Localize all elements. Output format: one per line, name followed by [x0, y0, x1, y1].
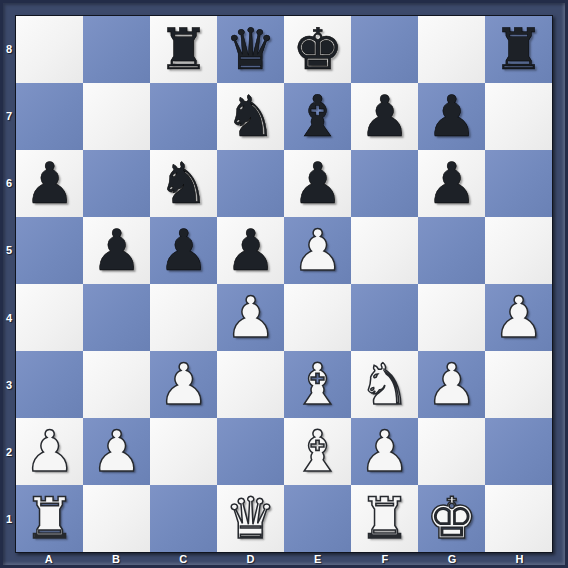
- square-d6[interactable]: [217, 150, 284, 217]
- square-c8[interactable]: ♜: [150, 16, 217, 83]
- file-label-h: H: [486, 553, 553, 565]
- piece-black-king-e8[interactable]: ♚: [284, 16, 351, 83]
- square-g5[interactable]: [418, 217, 485, 284]
- piece-white-rook-f1[interactable]: ♜: [351, 485, 418, 552]
- piece-black-pawn-d5[interactable]: ♟: [217, 217, 284, 284]
- square-b8[interactable]: [83, 16, 150, 83]
- square-h2[interactable]: [485, 418, 552, 485]
- piece-white-pawn-h4[interactable]: ♟: [485, 284, 552, 351]
- piece-black-bishop-e7[interactable]: ♝: [284, 83, 351, 150]
- square-e3[interactable]: ♝: [284, 351, 351, 418]
- square-b1[interactable]: [83, 485, 150, 552]
- file-label-a: A: [15, 553, 82, 565]
- square-h8[interactable]: ♜: [485, 16, 552, 83]
- piece-white-rook-a1[interactable]: ♜: [16, 485, 83, 552]
- square-f1[interactable]: ♜: [351, 485, 418, 552]
- file-label-e: E: [284, 553, 351, 565]
- file-label-b: B: [82, 553, 149, 565]
- piece-white-pawn-b2[interactable]: ♟: [83, 418, 150, 485]
- square-f5[interactable]: [351, 217, 418, 284]
- square-d4[interactable]: ♟: [217, 284, 284, 351]
- piece-white-king-g1[interactable]: ♚: [418, 485, 485, 552]
- square-d7[interactable]: ♞: [217, 83, 284, 150]
- file-label-f: F: [351, 553, 418, 565]
- rank-label-3: 3: [3, 351, 15, 418]
- piece-white-queen-d1[interactable]: ♛: [217, 485, 284, 552]
- square-e8[interactable]: ♚: [284, 16, 351, 83]
- square-f6[interactable]: [351, 150, 418, 217]
- piece-black-queen-d8[interactable]: ♛: [217, 16, 284, 83]
- piece-white-pawn-f2[interactable]: ♟: [351, 418, 418, 485]
- file-label-g: G: [419, 553, 486, 565]
- piece-white-pawn-d4[interactable]: ♟: [217, 284, 284, 351]
- piece-black-knight-d7[interactable]: ♞: [217, 83, 284, 150]
- square-b2[interactable]: ♟: [83, 418, 150, 485]
- square-g7[interactable]: ♟: [418, 83, 485, 150]
- rank-labels: 87654321: [3, 15, 15, 553]
- square-e2[interactable]: ♝: [284, 418, 351, 485]
- rank-label-2: 2: [3, 419, 15, 486]
- square-c2[interactable]: [150, 418, 217, 485]
- square-a3[interactable]: [16, 351, 83, 418]
- square-a4[interactable]: [16, 284, 83, 351]
- square-f2[interactable]: ♟: [351, 418, 418, 485]
- piece-white-pawn-g3[interactable]: ♟: [418, 351, 485, 418]
- piece-black-pawn-c5[interactable]: ♟: [150, 217, 217, 284]
- piece-black-pawn-f7[interactable]: ♟: [351, 83, 418, 150]
- piece-white-bishop-e2[interactable]: ♝: [284, 418, 351, 485]
- square-h1[interactable]: [485, 485, 552, 552]
- square-c1[interactable]: [150, 485, 217, 552]
- square-h4[interactable]: ♟: [485, 284, 552, 351]
- square-b6[interactable]: [83, 150, 150, 217]
- piece-white-bishop-e3[interactable]: ♝: [284, 351, 351, 418]
- file-label-c: C: [150, 553, 217, 565]
- square-a2[interactable]: ♟: [16, 418, 83, 485]
- piece-black-pawn-g7[interactable]: ♟: [418, 83, 485, 150]
- square-g1[interactable]: ♚: [418, 485, 485, 552]
- square-d8[interactable]: ♛: [217, 16, 284, 83]
- piece-black-knight-c6[interactable]: ♞: [150, 150, 217, 217]
- square-f4[interactable]: [351, 284, 418, 351]
- piece-black-pawn-e6[interactable]: ♟: [284, 150, 351, 217]
- square-g6[interactable]: ♟: [418, 150, 485, 217]
- square-d3[interactable]: [217, 351, 284, 418]
- square-a7[interactable]: [16, 83, 83, 150]
- square-c6[interactable]: ♞: [150, 150, 217, 217]
- square-e4[interactable]: [284, 284, 351, 351]
- piece-white-pawn-e5[interactable]: ♟: [284, 217, 351, 284]
- square-h3[interactable]: [485, 351, 552, 418]
- square-a5[interactable]: [16, 217, 83, 284]
- square-h5[interactable]: [485, 217, 552, 284]
- square-b5[interactable]: ♟: [83, 217, 150, 284]
- square-a1[interactable]: ♜: [16, 485, 83, 552]
- square-b4[interactable]: [83, 284, 150, 351]
- rank-label-7: 7: [3, 82, 15, 149]
- square-g2[interactable]: [418, 418, 485, 485]
- square-d5[interactable]: ♟: [217, 217, 284, 284]
- rank-label-5: 5: [3, 217, 15, 284]
- rank-label-4: 4: [3, 284, 15, 351]
- square-e5[interactable]: ♟: [284, 217, 351, 284]
- file-labels: ABCDEFGH: [15, 553, 553, 565]
- square-f3[interactable]: ♞: [351, 351, 418, 418]
- square-c3[interactable]: ♟: [150, 351, 217, 418]
- piece-black-pawn-a6[interactable]: ♟: [16, 150, 83, 217]
- piece-white-knight-f3[interactable]: ♞: [351, 351, 418, 418]
- piece-black-rook-h8[interactable]: ♜: [485, 16, 552, 83]
- square-a8[interactable]: [16, 16, 83, 83]
- square-c5[interactable]: ♟: [150, 217, 217, 284]
- square-g3[interactable]: ♟: [418, 351, 485, 418]
- piece-black-pawn-b5[interactable]: ♟: [83, 217, 150, 284]
- piece-black-pawn-g6[interactable]: ♟: [418, 150, 485, 217]
- square-g4[interactable]: [418, 284, 485, 351]
- chess-board: ♜♛♚♜♞♝♟♟♟♞♟♟♟♟♟♟♟♟♟♝♞♟♟♟♝♟♜♛♜♚: [15, 15, 553, 553]
- piece-white-pawn-c3[interactable]: ♟: [150, 351, 217, 418]
- rank-label-6: 6: [3, 150, 15, 217]
- file-label-d: D: [217, 553, 284, 565]
- square-h6[interactable]: [485, 150, 552, 217]
- square-e7[interactable]: ♝: [284, 83, 351, 150]
- square-d2[interactable]: [217, 418, 284, 485]
- square-f8[interactable]: [351, 16, 418, 83]
- rank-label-8: 8: [3, 15, 15, 82]
- square-b7[interactable]: [83, 83, 150, 150]
- square-b3[interactable]: [83, 351, 150, 418]
- piece-white-pawn-a2[interactable]: ♟: [16, 418, 83, 485]
- square-d1[interactable]: ♛: [217, 485, 284, 552]
- square-c7[interactable]: [150, 83, 217, 150]
- square-h7[interactable]: [485, 83, 552, 150]
- rank-label-1: 1: [3, 486, 15, 553]
- square-e6[interactable]: ♟: [284, 150, 351, 217]
- square-e1[interactable]: [284, 485, 351, 552]
- square-g8[interactable]: [418, 16, 485, 83]
- square-a6[interactable]: ♟: [16, 150, 83, 217]
- square-f7[interactable]: ♟: [351, 83, 418, 150]
- chess-board-frame: 87654321 ♜♛♚♜♞♝♟♟♟♞♟♟♟♟♟♟♟♟♟♝♞♟♟♟♝♟♜♛♜♚ …: [0, 0, 568, 568]
- square-c4[interactable]: [150, 284, 217, 351]
- piece-black-rook-c8[interactable]: ♜: [150, 16, 217, 83]
